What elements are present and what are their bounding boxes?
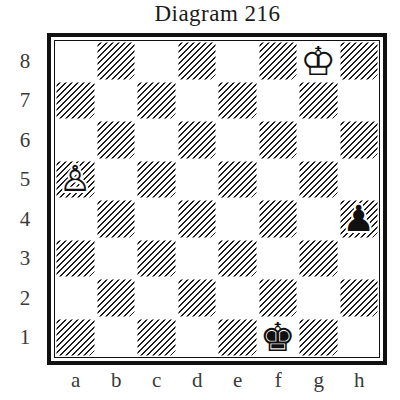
black-pawn: ♟ — [343, 201, 375, 237]
square-h3 — [339, 239, 380, 279]
square-b6 — [96, 120, 137, 160]
square-d6 — [177, 120, 218, 160]
square-c1 — [136, 318, 177, 358]
square-a6 — [55, 120, 96, 160]
square-c2 — [136, 278, 177, 318]
square-a4 — [55, 199, 96, 239]
rank-label-4: 4 — [12, 200, 38, 240]
square-e7 — [217, 81, 258, 121]
square-d1 — [177, 318, 218, 358]
file-label-h: h — [339, 368, 380, 393]
square-g5 — [298, 160, 339, 200]
square-f5 — [258, 160, 299, 200]
square-e4 — [217, 199, 258, 239]
square-f8 — [258, 41, 299, 81]
square-h1 — [339, 318, 380, 358]
square-b4 — [96, 199, 137, 239]
square-a1 — [55, 318, 96, 358]
rank-label-7: 7 — [12, 81, 38, 121]
square-a7 — [55, 81, 96, 121]
white-king: ♔ — [300, 41, 336, 81]
square-g3 — [298, 239, 339, 279]
square-g1 — [298, 318, 339, 358]
square-h6 — [339, 120, 380, 160]
file-label-f: f — [258, 368, 299, 393]
rank-label-2: 2 — [12, 279, 38, 319]
square-g7 — [298, 81, 339, 121]
square-f1: ♚ — [258, 318, 299, 358]
rank-label-1: 1 — [12, 318, 38, 358]
square-e3 — [217, 239, 258, 279]
square-b7 — [96, 81, 137, 121]
square-e2 — [217, 278, 258, 318]
square-g2 — [298, 278, 339, 318]
square-h5 — [339, 160, 380, 200]
square-h2 — [339, 278, 380, 318]
black-king: ♚ — [260, 317, 296, 357]
square-f2 — [258, 278, 299, 318]
file-labels: abcdefgh — [56, 368, 380, 393]
file-label-d: d — [177, 368, 218, 393]
square-d7 — [177, 81, 218, 121]
square-b8 — [96, 41, 137, 81]
square-g6 — [298, 120, 339, 160]
chess-board-grid: ♔♙♟♚ — [54, 40, 380, 358]
square-f4 — [258, 199, 299, 239]
square-e5 — [217, 160, 258, 200]
square-h4: ♟ — [339, 199, 380, 239]
rank-labels: 87654321 — [12, 42, 38, 358]
square-g8: ♔ — [298, 41, 339, 81]
square-c4 — [136, 199, 177, 239]
rank-label-3: 3 — [12, 239, 38, 279]
file-label-c: c — [137, 368, 178, 393]
square-e8 — [217, 41, 258, 81]
square-c8 — [136, 41, 177, 81]
square-b3 — [96, 239, 137, 279]
square-d4 — [177, 199, 218, 239]
square-d2 — [177, 278, 218, 318]
rank-label-8: 8 — [12, 42, 38, 82]
square-b5 — [96, 160, 137, 200]
square-c7 — [136, 81, 177, 121]
square-f7 — [258, 81, 299, 121]
square-a2 — [55, 278, 96, 318]
square-e6 — [217, 120, 258, 160]
chess-board: ♔♙♟♚ — [47, 33, 387, 365]
square-f3 — [258, 239, 299, 279]
square-d3 — [177, 239, 218, 279]
square-g4 — [298, 199, 339, 239]
square-a5: ♙ — [55, 160, 96, 200]
diagram-title: Diagram 216 — [47, 1, 388, 27]
file-label-g: g — [299, 368, 340, 393]
square-h8 — [339, 41, 380, 81]
rank-label-6: 6 — [12, 121, 38, 161]
square-a3 — [55, 239, 96, 279]
file-label-a: a — [56, 368, 97, 393]
square-b2 — [96, 278, 137, 318]
white-pawn: ♙ — [59, 161, 91, 197]
square-c6 — [136, 120, 177, 160]
square-d5 — [177, 160, 218, 200]
diagram-page: Diagram 216 87654321 ♔♙♟♚ abcdefgh — [0, 0, 400, 400]
square-a8 — [55, 41, 96, 81]
file-label-e: e — [218, 368, 259, 393]
square-d8 — [177, 41, 218, 81]
square-h7 — [339, 81, 380, 121]
square-c3 — [136, 239, 177, 279]
file-label-b: b — [96, 368, 137, 393]
rank-label-5: 5 — [12, 160, 38, 200]
square-c5 — [136, 160, 177, 200]
square-e1 — [217, 318, 258, 358]
square-b1 — [96, 318, 137, 358]
square-f6 — [258, 120, 299, 160]
